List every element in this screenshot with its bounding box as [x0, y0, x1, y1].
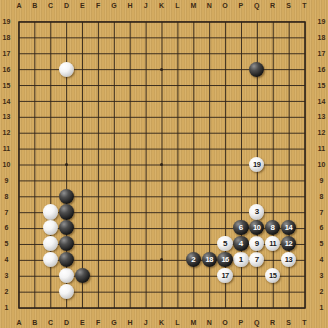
coord-label: D: [59, 316, 75, 328]
column-labels-bottom: ABCDEFGHJKLMNOPQRST: [11, 316, 312, 328]
move-number: 12: [285, 240, 292, 248]
stone-black[interactable]: [75, 268, 90, 283]
row-labels-right: 19181716151413121110987654321: [315, 14, 328, 315]
coord-label: 7: [315, 204, 328, 220]
stone-white[interactable]: [43, 236, 58, 251]
stone-white-move-7[interactable]: 7: [249, 252, 264, 267]
move-number: 17: [221, 272, 228, 280]
coord-label: 16: [315, 61, 328, 77]
coord-label: S: [281, 316, 297, 328]
star-point: [160, 163, 163, 166]
coord-label: T: [296, 316, 312, 328]
coord-label: K: [154, 316, 170, 328]
stone-white[interactable]: [59, 62, 74, 77]
move-number: 19: [253, 161, 260, 169]
move-number: 4: [239, 240, 243, 248]
move-number: 14: [285, 224, 292, 232]
stone-black[interactable]: [59, 220, 74, 235]
move-number: 18: [206, 256, 213, 264]
coord-label: T: [296, 0, 312, 11]
move-number: 8: [271, 224, 275, 232]
stones-grid[interactable]: 12345678910111213141516171819: [11, 14, 312, 315]
coord-label: E: [74, 316, 90, 328]
coord-label: A: [11, 0, 27, 11]
stone-white-move-3[interactable]: 3: [249, 204, 264, 219]
star-point: [160, 258, 163, 261]
coord-label: 5: [315, 236, 328, 252]
coord-label: J: [138, 0, 154, 11]
coord-label: 9: [315, 172, 328, 188]
coord-label: 14: [315, 93, 328, 109]
coord-label: L: [170, 316, 186, 328]
coord-label: E: [74, 0, 90, 11]
coord-label: A: [11, 316, 27, 328]
coord-label: C: [43, 316, 59, 328]
coord-label: 3: [315, 268, 328, 284]
move-number: 3: [255, 208, 259, 216]
column-labels-top: ABCDEFGHJKLMNOPQRST: [11, 0, 312, 11]
coord-label: 12: [315, 125, 328, 141]
star-point: [160, 68, 163, 71]
stone-black-move-6[interactable]: 6: [233, 220, 248, 235]
coord-label: R: [265, 316, 281, 328]
coord-label: Q: [249, 316, 265, 328]
coord-label: K: [154, 0, 170, 11]
coord-label: H: [122, 0, 138, 11]
stone-black-move-16[interactable]: 16: [217, 252, 232, 267]
stone-white-move-11[interactable]: 11: [265, 236, 280, 251]
coord-label: 15: [315, 77, 328, 93]
stone-white-move-13[interactable]: 13: [281, 252, 296, 267]
coord-label: 18: [315, 30, 328, 46]
coord-label: 8: [315, 188, 328, 204]
coord-label: M: [185, 316, 201, 328]
coord-label: D: [59, 0, 75, 11]
coord-label: B: [27, 316, 43, 328]
coord-label: 11: [315, 141, 328, 157]
star-point: [65, 163, 68, 166]
move-number: 16: [221, 256, 228, 264]
move-number: 7: [255, 256, 259, 264]
stone-black[interactable]: [59, 252, 74, 267]
coord-label: G: [106, 0, 122, 11]
stone-black-move-12[interactable]: 12: [281, 236, 296, 251]
stone-black-move-4[interactable]: 4: [233, 236, 248, 251]
coord-label: 13: [315, 109, 328, 125]
coord-label: O: [217, 316, 233, 328]
stone-black-move-14[interactable]: 14: [281, 220, 296, 235]
coord-label: O: [217, 0, 233, 11]
coord-label: G: [106, 316, 122, 328]
stone-black-move-2[interactable]: 2: [186, 252, 201, 267]
coord-label: R: [265, 0, 281, 11]
coord-label: 2: [315, 283, 328, 299]
stone-white-move-19[interactable]: 19: [249, 157, 264, 172]
coord-label: Q: [249, 0, 265, 11]
stone-black[interactable]: [59, 189, 74, 204]
coord-label: S: [281, 0, 297, 11]
coord-label: 4: [315, 252, 328, 268]
move-number: 9: [255, 240, 259, 248]
go-board[interactable]: 12345678910111213141516171819: [11, 14, 312, 315]
coord-label: H: [122, 316, 138, 328]
stone-white-move-9[interactable]: 9: [249, 236, 264, 251]
stone-black[interactable]: [249, 62, 264, 77]
coord-label: M: [185, 0, 201, 11]
move-number: 1: [239, 256, 243, 264]
coord-label: 6: [315, 220, 328, 236]
stone-black[interactable]: [59, 204, 74, 219]
stone-white-move-17[interactable]: 17: [217, 268, 232, 283]
stone-white[interactable]: [43, 204, 58, 219]
coord-label: 1: [315, 299, 328, 315]
coord-label: 17: [315, 46, 328, 62]
move-number: 15: [269, 272, 276, 280]
coord-label: 19: [315, 14, 328, 30]
move-number: 10: [253, 224, 260, 232]
stone-white-move-5[interactable]: 5: [217, 236, 232, 251]
coord-label: N: [201, 0, 217, 11]
coord-label: L: [170, 0, 186, 11]
coord-label: F: [90, 0, 106, 11]
stone-black-move-8[interactable]: 8: [265, 220, 280, 235]
go-board-screenshot: ABCDEFGHJKLMNOPQRST ABCDEFGHJKLMNOPQRST …: [0, 0, 328, 328]
coord-label: N: [201, 316, 217, 328]
stone-white-move-15[interactable]: 15: [265, 268, 280, 283]
coord-label: P: [233, 0, 249, 11]
coord-label: 10: [315, 157, 328, 173]
move-number: 13: [285, 256, 292, 264]
stone-black-move-10[interactable]: 10: [249, 220, 264, 235]
move-number: 11: [269, 240, 276, 248]
move-number: 5: [223, 240, 227, 248]
coord-label: B: [27, 0, 43, 11]
stone-black[interactable]: [59, 236, 74, 251]
coord-label: P: [233, 316, 249, 328]
stone-white[interactable]: [43, 220, 58, 235]
stone-black-move-18[interactable]: 18: [202, 252, 217, 267]
stone-white[interactable]: [59, 284, 74, 299]
stone-white[interactable]: [43, 252, 58, 267]
move-number: 2: [191, 256, 195, 264]
move-number: 6: [239, 224, 243, 232]
stone-white[interactable]: [59, 268, 74, 283]
stone-white-move-1[interactable]: 1: [233, 252, 248, 267]
coord-label: C: [43, 0, 59, 11]
coord-label: F: [90, 316, 106, 328]
coord-label: J: [138, 316, 154, 328]
